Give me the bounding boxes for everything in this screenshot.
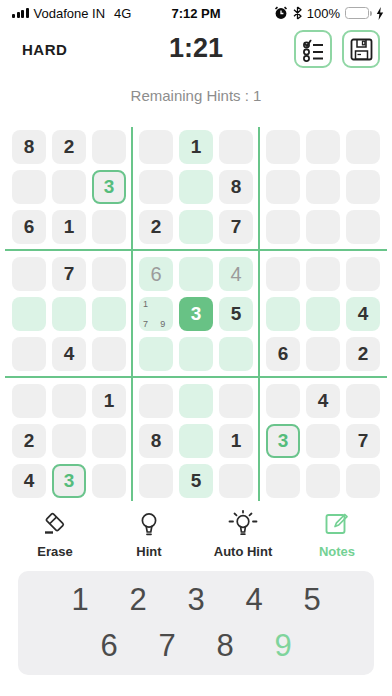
battery-percent-label: 100% (307, 6, 340, 21)
cell-r6c5[interactable] (179, 337, 213, 371)
alarm-icon (274, 6, 288, 20)
cell-r3c8[interactable] (306, 210, 340, 244)
cell-r5c2[interactable] (52, 297, 86, 331)
board-row-2: 38 (0, 170, 392, 204)
cell-r3c6[interactable]: 7 (219, 210, 253, 244)
numpad-5[interactable]: 5 (303, 582, 321, 618)
cell-r8c8[interactable] (306, 424, 340, 458)
cell-r8c6[interactable]: 1 (219, 424, 253, 458)
cell-r1c7[interactable] (266, 130, 300, 164)
cell-r7c2[interactable] (52, 384, 86, 418)
cell-r1c4[interactable] (139, 130, 173, 164)
cell-r8c2[interactable] (52, 424, 86, 458)
cell-r1c5[interactable]: 1 (179, 130, 213, 164)
carrier-label: Vodafone IN (34, 6, 106, 21)
cell-r6c2[interactable]: 4 (52, 337, 86, 371)
cell-r7c7[interactable] (266, 384, 300, 418)
box-separator-vertical (258, 127, 260, 501)
cell-r5c8[interactable] (306, 297, 340, 331)
board-row-1: 821 (0, 130, 392, 164)
cell-r7c5[interactable] (179, 384, 213, 418)
cell-r2c1[interactable] (12, 170, 46, 204)
cell-r5c6[interactable]: 5 (219, 297, 253, 331)
cell-r4c8[interactable] (306, 257, 340, 291)
signal-strength-icon (12, 8, 29, 19)
board-row-9: 435 (0, 464, 392, 498)
cell-r3c4[interactable]: 2 (139, 210, 173, 244)
cell-r5c7[interactable] (266, 297, 300, 331)
network-type-label: 4G (114, 6, 131, 21)
numpad-9[interactable]: 9 (274, 628, 292, 664)
cell-r9c6[interactable] (219, 464, 253, 498)
cell-r9c2[interactable]: 3 (52, 464, 86, 498)
game-list-button[interactable] (294, 30, 332, 68)
cell-r5c9[interactable]: 4 (346, 297, 380, 331)
board-row-7: 14 (0, 384, 392, 418)
board-row-8: 28137 (0, 424, 392, 458)
notes-icon (322, 509, 352, 539)
cell-r8c1[interactable]: 2 (12, 424, 46, 458)
cell-r8c3[interactable] (92, 424, 126, 458)
numpad-7[interactable]: 7 (158, 628, 176, 664)
numpad-6[interactable]: 6 (100, 628, 118, 664)
numpad: 123456789 (18, 571, 374, 675)
cell-r5c1[interactable] (12, 297, 46, 331)
cell-r4c9[interactable] (346, 257, 380, 291)
board-row-3: 6127 (0, 210, 392, 244)
pencil-notes: 179 (139, 297, 173, 331)
cell-r2c3[interactable]: 3 (92, 170, 126, 204)
difficulty-label: HARD (22, 41, 67, 58)
box-separator-horizontal (5, 376, 387, 378)
cell-r1c1[interactable]: 8 (12, 130, 46, 164)
cell-r6c7[interactable]: 6 (266, 337, 300, 371)
save-icon (349, 37, 374, 62)
cell-r9c1[interactable]: 4 (12, 464, 46, 498)
erase-button[interactable]: Erase (20, 509, 90, 559)
cell-r6c3[interactable] (92, 337, 126, 371)
save-button[interactable] (342, 30, 380, 68)
eraser-icon (40, 509, 70, 539)
cell-r3c7[interactable] (266, 210, 300, 244)
cell-r2c2[interactable] (52, 170, 86, 204)
cell-r5c5[interactable]: 3 (179, 297, 213, 331)
cell-r7c9[interactable] (346, 384, 380, 418)
cell-r4c5[interactable] (179, 257, 213, 291)
numpad-8[interactable]: 8 (216, 628, 234, 664)
cell-r8c4[interactable]: 8 (139, 424, 173, 458)
cell-r8c5[interactable] (179, 424, 213, 458)
cell-r3c3[interactable] (92, 210, 126, 244)
numpad-1[interactable]: 1 (71, 582, 89, 618)
cell-r1c6[interactable] (219, 130, 253, 164)
cell-r4c1[interactable] (12, 257, 46, 291)
cell-r7c4[interactable] (139, 384, 173, 418)
auto-bulb-icon (226, 509, 260, 539)
board-row-5: 179354 (0, 297, 392, 331)
box-separator-horizontal (5, 249, 387, 251)
clock-label: 7:12 PM (171, 6, 220, 21)
cell-r9c8[interactable] (306, 464, 340, 498)
bulb-icon (134, 509, 164, 539)
notes-label: Notes (319, 544, 355, 559)
erase-label: Erase (37, 544, 72, 559)
sudoku-board: 8213861277641793544621428137435 (0, 130, 392, 498)
cell-r7c8[interactable]: 4 (306, 384, 340, 418)
cell-r4c4[interactable]: 6 (139, 257, 173, 291)
cell-r3c2[interactable]: 1 (52, 210, 86, 244)
cell-r5c4[interactable]: 179 (139, 297, 173, 331)
cell-r3c1[interactable]: 6 (12, 210, 46, 244)
cell-r2c6[interactable]: 8 (219, 170, 253, 204)
board-row-6: 462 (0, 337, 392, 371)
cell-r7c3[interactable]: 1 (92, 384, 126, 418)
status-bar: Vodafone IN 4G 7:12 PM 100% (0, 0, 392, 22)
charging-bolt-icon (376, 7, 384, 20)
hint-label: Hint (136, 544, 161, 559)
board-row-4: 764 (0, 257, 392, 291)
cell-r1c9[interactable] (346, 130, 380, 164)
bluetooth-icon (293, 6, 302, 20)
cell-r9c4[interactable] (139, 464, 173, 498)
cell-r8c7[interactable]: 3 (266, 424, 300, 458)
cell-r1c3[interactable] (92, 130, 126, 164)
numpad-row-2: 6789 (100, 628, 292, 664)
cell-r9c7[interactable] (266, 464, 300, 498)
cell-r2c5[interactable] (179, 170, 213, 204)
cell-r1c8[interactable] (306, 130, 340, 164)
notes-button[interactable]: Notes (302, 509, 372, 559)
cell-r2c7[interactable] (266, 170, 300, 204)
cell-r4c2[interactable]: 7 (52, 257, 86, 291)
cell-r2c8[interactable] (306, 170, 340, 204)
cell-r6c6[interactable] (219, 337, 253, 371)
cell-r7c6[interactable] (219, 384, 253, 418)
header: HARD 1:21 (0, 26, 392, 74)
cell-r8c9[interactable]: 7 (346, 424, 380, 458)
cell-r6c4[interactable] (139, 337, 173, 371)
toolbar: Erase Hint Auto Hint (0, 507, 392, 559)
cell-r6c9[interactable]: 2 (346, 337, 380, 371)
cell-r9c9[interactable] (346, 464, 380, 498)
timer-label: 1:21 (169, 33, 223, 64)
cell-r3c5[interactable] (179, 210, 213, 244)
cell-r5c3[interactable] (92, 297, 126, 331)
cell-r2c4[interactable] (139, 170, 173, 204)
cell-r2c9[interactable] (346, 170, 380, 204)
cell-r6c1[interactable] (12, 337, 46, 371)
cell-r9c3[interactable] (92, 464, 126, 498)
remaining-hints-label: Remaining Hints : 1 (0, 87, 392, 105)
hint-button[interactable]: Hint (114, 509, 184, 559)
cell-r9c5[interactable]: 5 (179, 464, 213, 498)
cell-r4c6[interactable]: 4 (219, 257, 253, 291)
cell-r3c9[interactable] (346, 210, 380, 244)
battery-icon (345, 7, 369, 19)
auto-hint-label: Auto Hint (214, 544, 272, 559)
checklist-icon (301, 37, 326, 62)
cell-r4c7[interactable] (266, 257, 300, 291)
box-separator-vertical (131, 127, 133, 501)
cell-r1c2[interactable]: 2 (52, 130, 86, 164)
numpad-3[interactable]: 3 (187, 582, 205, 618)
cell-r6c8[interactable] (306, 337, 340, 371)
numpad-2[interactable]: 2 (129, 582, 147, 618)
numpad-row-1: 12345 (71, 582, 321, 618)
auto-hint-button[interactable]: Auto Hint (208, 509, 278, 559)
cell-r4c3[interactable] (92, 257, 126, 291)
numpad-4[interactable]: 4 (245, 582, 263, 618)
cell-r7c1[interactable] (12, 384, 46, 418)
